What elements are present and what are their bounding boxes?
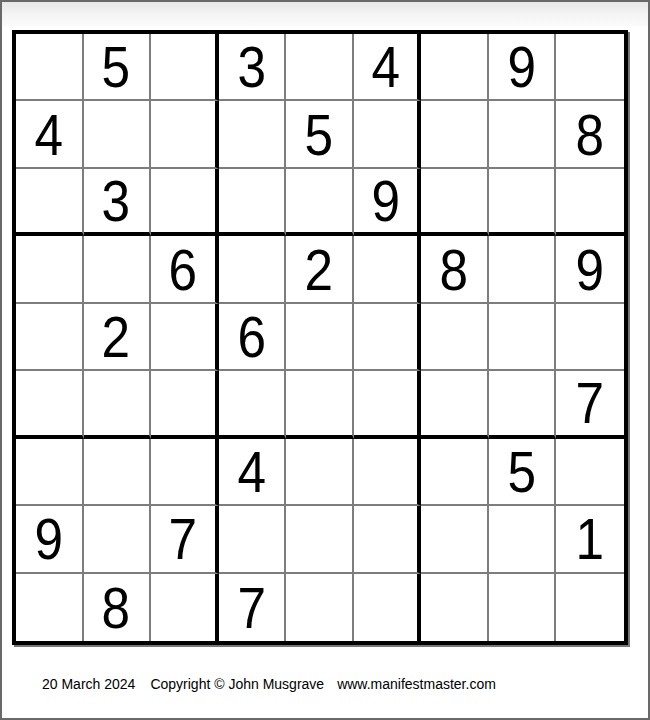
cell-r7c1[interactable] [16, 439, 84, 506]
cell-r9c6[interactable] [354, 574, 422, 641]
cell-digit: 9 [371, 171, 400, 230]
cell-digit: 3 [237, 37, 266, 96]
cell-r6c6[interactable] [354, 371, 422, 438]
cell-r6c7[interactable] [421, 371, 489, 438]
cell-digit: 9 [507, 37, 536, 96]
cell-r1c8[interactable]: 9 [489, 34, 557, 101]
cell-digit: 2 [102, 307, 131, 366]
cell-r4c8[interactable] [489, 236, 557, 303]
sudoku-grid: 53494583962892674597187 [12, 30, 628, 645]
copyright-text: Copyright © John Musgrave [150, 676, 324, 692]
cell-r8c7[interactable] [421, 506, 489, 573]
cell-r2c5[interactable]: 5 [286, 101, 354, 168]
cell-r2c1[interactable]: 4 [16, 101, 84, 168]
cell-r2c9[interactable]: 8 [556, 101, 624, 168]
cell-r4c3[interactable]: 6 [151, 236, 219, 303]
cell-r4c2[interactable] [84, 236, 152, 303]
cell-r3c5[interactable] [286, 169, 354, 236]
cell-r2c8[interactable] [489, 101, 557, 168]
cell-digit: 8 [440, 240, 469, 299]
cell-r5c5[interactable] [286, 304, 354, 371]
cell-r8c5[interactable] [286, 506, 354, 573]
cell-r9c2[interactable]: 8 [84, 574, 152, 641]
cell-r4c7[interactable]: 8 [421, 236, 489, 303]
cell-r1c1[interactable] [16, 34, 84, 101]
cell-digit: 4 [371, 37, 400, 96]
cell-digit: 3 [102, 171, 131, 230]
cell-r8c1[interactable]: 9 [16, 506, 84, 573]
cell-r3c1[interactable] [16, 169, 84, 236]
cell-r7c6[interactable] [354, 439, 422, 506]
cell-r5c6[interactable] [354, 304, 422, 371]
page: 53494583962892674597187 20 March 2024Cop… [0, 0, 650, 720]
cell-r1c3[interactable] [151, 34, 219, 101]
cell-r3c4[interactable] [219, 169, 287, 236]
website-url: www.manifestmaster.com [337, 676, 496, 692]
cell-r9c3[interactable] [151, 574, 219, 641]
cell-r4c9[interactable]: 9 [556, 236, 624, 303]
cell-r9c9[interactable] [556, 574, 624, 641]
cell-r8c2[interactable] [84, 506, 152, 573]
cell-r2c3[interactable] [151, 101, 219, 168]
cell-r8c6[interactable] [354, 506, 422, 573]
cell-digit: 4 [35, 105, 64, 164]
cell-digit: 5 [507, 442, 536, 501]
cell-digit: 2 [305, 240, 334, 299]
cell-r8c4[interactable] [219, 506, 287, 573]
cell-r2c7[interactable] [421, 101, 489, 168]
cell-r5c7[interactable] [421, 304, 489, 371]
cell-r2c4[interactable] [219, 101, 287, 168]
cell-r5c8[interactable] [489, 304, 557, 371]
cell-digit: 9 [35, 509, 64, 568]
cell-r7c8[interactable]: 5 [489, 439, 557, 506]
cell-digit: 9 [576, 240, 605, 299]
cell-r9c5[interactable] [286, 574, 354, 641]
cell-r7c3[interactable] [151, 439, 219, 506]
cell-r6c4[interactable] [219, 371, 287, 438]
cell-digit: 1 [576, 509, 605, 568]
cell-r9c1[interactable] [16, 574, 84, 641]
cell-digit: 8 [576, 105, 605, 164]
cell-r2c2[interactable] [84, 101, 152, 168]
cell-r5c4[interactable]: 6 [219, 304, 287, 371]
cell-r7c4[interactable]: 4 [219, 439, 287, 506]
cell-r6c8[interactable] [489, 371, 557, 438]
cell-r3c8[interactable] [489, 169, 557, 236]
cell-r4c4[interactable] [219, 236, 287, 303]
cell-digit: 4 [237, 442, 266, 501]
cell-r3c3[interactable] [151, 169, 219, 236]
cell-r7c5[interactable] [286, 439, 354, 506]
cell-r1c9[interactable] [556, 34, 624, 101]
cell-r9c4[interactable]: 7 [219, 574, 287, 641]
cell-r3c2[interactable]: 3 [84, 169, 152, 236]
cell-digit: 7 [576, 373, 605, 432]
cell-r6c5[interactable] [286, 371, 354, 438]
cell-r7c7[interactable] [421, 439, 489, 506]
cell-r5c9[interactable] [556, 304, 624, 371]
cell-digit: 6 [169, 240, 198, 299]
cell-r6c9[interactable]: 7 [556, 371, 624, 438]
cell-r4c6[interactable] [354, 236, 422, 303]
cell-r1c4[interactable]: 3 [219, 34, 287, 101]
cell-r9c8[interactable] [489, 574, 557, 641]
cell-r5c1[interactable] [16, 304, 84, 371]
cell-r8c9[interactable]: 1 [556, 506, 624, 573]
cell-r4c1[interactable] [16, 236, 84, 303]
cell-digit: 7 [169, 509, 198, 568]
cell-r1c5[interactable] [286, 34, 354, 101]
footer: 20 March 2024Copyright © John Musgraveww… [42, 676, 496, 692]
cell-digit: 5 [305, 105, 334, 164]
cell-r6c3[interactable] [151, 371, 219, 438]
cell-digit: 7 [237, 578, 266, 637]
cell-r9c7[interactable] [421, 574, 489, 641]
cell-r1c6[interactable]: 4 [354, 34, 422, 101]
cell-r7c9[interactable] [556, 439, 624, 506]
cell-r5c2[interactable]: 2 [84, 304, 152, 371]
cell-digit: 5 [102, 37, 131, 96]
cell-r6c1[interactable] [16, 371, 84, 438]
cell-r8c8[interactable] [489, 506, 557, 573]
cell-r1c7[interactable] [421, 34, 489, 101]
cell-r6c2[interactable] [84, 371, 152, 438]
cell-r1c2[interactable]: 5 [84, 34, 152, 101]
cell-r3c7[interactable] [421, 169, 489, 236]
header-band [2, 2, 648, 26]
cell-r8c3[interactable]: 7 [151, 506, 219, 573]
cell-digit: 6 [237, 307, 266, 366]
puzzle-date: 20 March 2024 [42, 676, 135, 692]
cell-r3c6[interactable]: 9 [354, 169, 422, 236]
cell-r5c3[interactable] [151, 304, 219, 371]
cell-r7c2[interactable] [84, 439, 152, 506]
cell-digit: 8 [102, 578, 131, 637]
cell-r4c5[interactable]: 2 [286, 236, 354, 303]
cell-r3c9[interactable] [556, 169, 624, 236]
cell-r2c6[interactable] [354, 101, 422, 168]
